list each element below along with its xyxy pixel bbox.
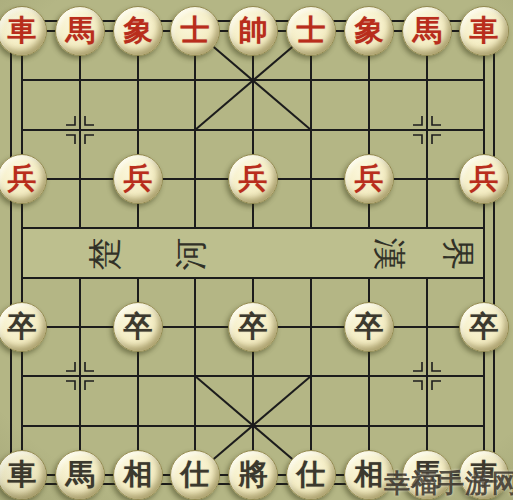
piece-black-horse[interactable]: 馬 bbox=[55, 450, 105, 500]
piece-black-advisor[interactable]: 仕 bbox=[170, 450, 220, 500]
piece-glyph: 士 bbox=[181, 16, 210, 45]
piece-red-soldier[interactable]: 兵 bbox=[344, 154, 394, 204]
piece-glyph: 相 bbox=[355, 460, 384, 489]
piece-glyph: 兵 bbox=[8, 164, 37, 193]
piece-red-soldier[interactable]: 兵 bbox=[113, 154, 163, 204]
piece-black-soldier[interactable]: 卒 bbox=[344, 302, 394, 352]
board-grid bbox=[0, 0, 513, 500]
piece-red-advisor[interactable]: 士 bbox=[286, 6, 336, 56]
piece-black-soldier[interactable]: 卒 bbox=[113, 302, 163, 352]
piece-glyph: 卒 bbox=[124, 312, 153, 341]
piece-glyph: 馬 bbox=[413, 16, 442, 45]
piece-red-general[interactable]: 帥 bbox=[228, 6, 278, 56]
piece-black-soldier[interactable]: 卒 bbox=[459, 302, 509, 352]
piece-glyph: 卒 bbox=[355, 312, 384, 341]
piece-glyph: 車 bbox=[8, 16, 37, 45]
watermark: 幸福手游网 bbox=[384, 466, 513, 500]
piece-black-advisor[interactable]: 仕 bbox=[286, 450, 336, 500]
xiangqi-board-screenshot: 楚 河 漢 界 車馬象士帥士象馬車兵兵兵兵兵卒卒卒卒卒車馬相仕將仕相馬車 幸福手… bbox=[0, 0, 513, 500]
piece-red-advisor[interactable]: 士 bbox=[170, 6, 220, 56]
piece-red-horse[interactable]: 馬 bbox=[55, 6, 105, 56]
piece-glyph: 仕 bbox=[181, 460, 210, 489]
piece-glyph: 兵 bbox=[470, 164, 499, 193]
piece-glyph: 士 bbox=[297, 16, 326, 45]
piece-glyph: 卒 bbox=[239, 312, 268, 341]
piece-glyph: 卒 bbox=[470, 312, 499, 341]
piece-black-elephant[interactable]: 相 bbox=[113, 450, 163, 500]
piece-black-general[interactable]: 將 bbox=[228, 450, 278, 500]
piece-glyph: 車 bbox=[8, 460, 37, 489]
piece-glyph: 象 bbox=[355, 16, 384, 45]
piece-glyph: 象 bbox=[124, 16, 153, 45]
piece-glyph: 馬 bbox=[66, 16, 95, 45]
piece-glyph: 馬 bbox=[66, 460, 95, 489]
piece-glyph: 卒 bbox=[8, 312, 37, 341]
piece-black-soldier[interactable]: 卒 bbox=[228, 302, 278, 352]
piece-red-chariot[interactable]: 車 bbox=[459, 6, 509, 56]
piece-red-horse[interactable]: 馬 bbox=[402, 6, 452, 56]
piece-glyph: 兵 bbox=[355, 164, 384, 193]
piece-glyph: 車 bbox=[470, 16, 499, 45]
piece-red-elephant[interactable]: 象 bbox=[344, 6, 394, 56]
piece-glyph: 相 bbox=[124, 460, 153, 489]
piece-glyph: 仕 bbox=[297, 460, 326, 489]
piece-red-soldier[interactable]: 兵 bbox=[228, 154, 278, 204]
piece-glyph: 兵 bbox=[239, 164, 268, 193]
piece-glyph: 將 bbox=[239, 460, 268, 489]
piece-red-soldier[interactable]: 兵 bbox=[459, 154, 509, 204]
piece-glyph: 兵 bbox=[124, 164, 153, 193]
piece-red-elephant[interactable]: 象 bbox=[113, 6, 163, 56]
piece-glyph: 帥 bbox=[239, 16, 268, 45]
